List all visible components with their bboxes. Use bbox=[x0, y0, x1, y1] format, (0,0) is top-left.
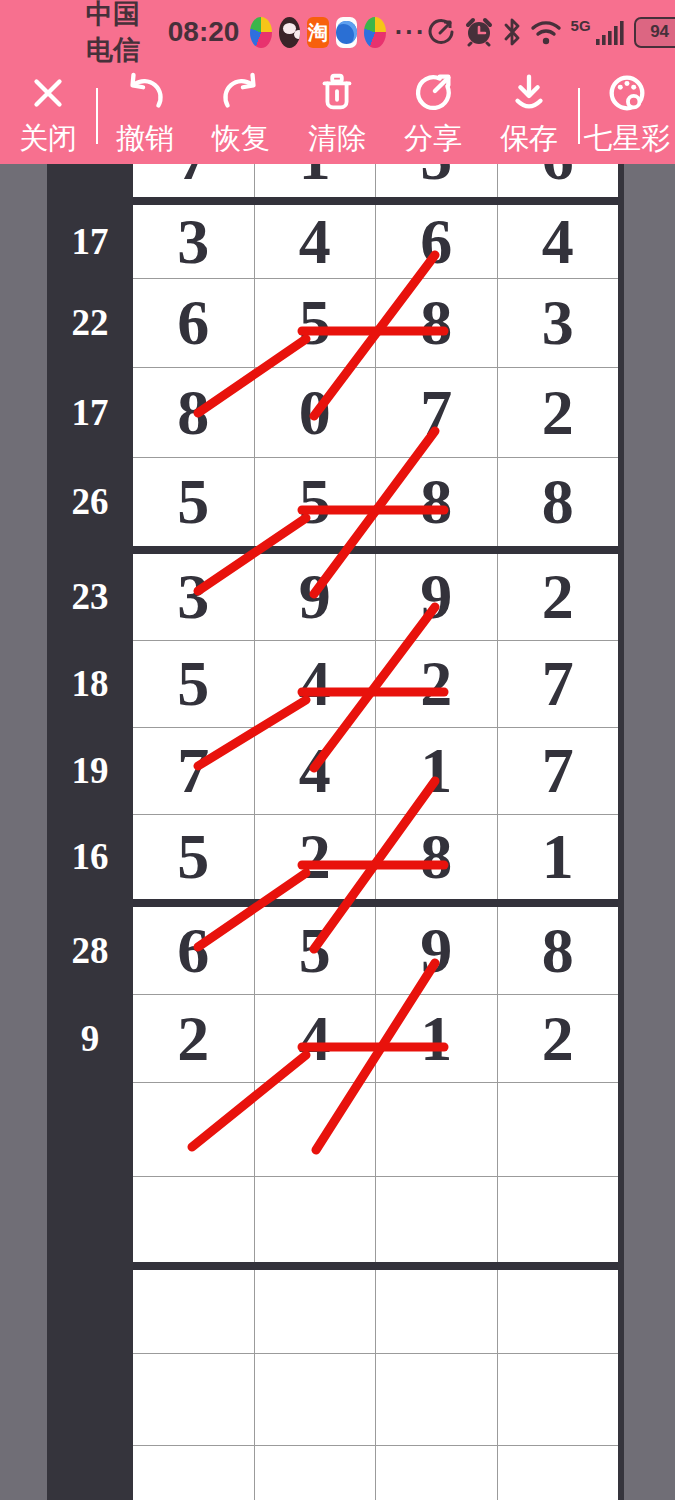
cell-digit: 6 bbox=[177, 919, 209, 983]
grid-row[interactable] bbox=[133, 1083, 618, 1177]
clear-button[interactable]: 清除 bbox=[289, 70, 385, 159]
pinwheel-app-icon bbox=[364, 17, 385, 48]
grid-cell[interactable]: 3 bbox=[133, 554, 255, 640]
grid-cell[interactable]: 2 bbox=[498, 554, 619, 640]
status-time: 08:20 bbox=[168, 16, 240, 48]
grid-cell[interactable]: 6 bbox=[498, 164, 619, 197]
cell-digit: 2 bbox=[542, 565, 574, 629]
cell-digit: 7 bbox=[542, 652, 574, 716]
cell-digit: 8 bbox=[420, 825, 452, 889]
grid-cell[interactable]: 7 bbox=[133, 728, 255, 814]
signal-bars-icon bbox=[595, 17, 625, 47]
more-notifications-dots: ··· bbox=[395, 17, 427, 48]
cell-digit: 8 bbox=[420, 291, 452, 355]
share-icon bbox=[410, 70, 456, 116]
grid-cell[interactable] bbox=[255, 1083, 377, 1176]
bluetooth-icon bbox=[503, 17, 521, 47]
cell-digit: 6 bbox=[498, 164, 619, 190]
grid-row[interactable] bbox=[133, 1177, 618, 1270]
grid-row[interactable]: 3464 bbox=[133, 205, 618, 279]
cell-digit: 9 bbox=[299, 565, 331, 629]
cell-digit: 2 bbox=[542, 1007, 574, 1071]
grid-cell[interactable]: 5 bbox=[133, 458, 255, 546]
cell-digit: 8 bbox=[542, 470, 574, 534]
status-bar: 中国电信 08:20 淘 ··· bbox=[0, 0, 675, 64]
grid-row[interactable]: 6583 bbox=[133, 279, 618, 368]
grid-cell[interactable]: 1 bbox=[255, 164, 377, 197]
cell-digit: 6 bbox=[420, 210, 452, 274]
grid-cell[interactable]: 4 bbox=[255, 995, 377, 1082]
grid-cell[interactable] bbox=[133, 1446, 255, 1500]
grid-row[interactable]: 5427 bbox=[133, 641, 618, 728]
grid-cell[interactable] bbox=[133, 1083, 255, 1176]
grid-cell[interactable]: 5 bbox=[133, 815, 255, 899]
grid-cell[interactable]: 8 bbox=[498, 458, 619, 546]
battery-indicator: 94 bbox=[634, 17, 675, 48]
cell-digit: 5 bbox=[299, 470, 331, 534]
undo-label: 撤销 bbox=[116, 119, 174, 159]
cell-digit: 4 bbox=[299, 652, 331, 716]
grid-cell[interactable]: 3 bbox=[498, 279, 619, 367]
cell-digit: 2 bbox=[542, 381, 574, 445]
grid-cell[interactable]: 7 bbox=[498, 641, 619, 727]
cell-digit: 5 bbox=[177, 470, 209, 534]
grid-row[interactable] bbox=[133, 1446, 618, 1500]
cell-digit: 8 bbox=[542, 919, 574, 983]
grid-cell[interactable]: 4 bbox=[255, 728, 377, 814]
cell-digit: 6 bbox=[177, 291, 209, 355]
grid-cell[interactable]: 2 bbox=[498, 995, 619, 1082]
cell-digit: 4 bbox=[299, 1007, 331, 1071]
grid-cell[interactable] bbox=[376, 1446, 498, 1500]
grid-cell[interactable]: 7 bbox=[133, 164, 255, 197]
palette-icon bbox=[604, 70, 650, 116]
grid-row[interactable]: 7417 bbox=[133, 728, 618, 815]
grid-cell[interactable]: 7 bbox=[376, 368, 498, 457]
cell-digit: 4 bbox=[542, 210, 574, 274]
grid-cell[interactable]: 9 bbox=[376, 554, 498, 640]
undo-icon bbox=[122, 70, 168, 116]
grid-row[interactable]: 6598 bbox=[133, 907, 618, 995]
row-sum-sidebar: 1722172623181916289 bbox=[47, 164, 133, 1500]
cell-digit: 1 bbox=[420, 1007, 452, 1071]
grid-cell[interactable] bbox=[133, 1354, 255, 1445]
undo-button[interactable]: 撤销 bbox=[97, 70, 193, 159]
grid-cell[interactable]: 1 bbox=[376, 995, 498, 1082]
grid-row[interactable]: 3992 bbox=[133, 554, 618, 641]
grid-cell[interactable]: 5 bbox=[255, 279, 377, 367]
status-right-group: 5G 94 bbox=[427, 17, 675, 48]
cell-digit: 4 bbox=[299, 210, 331, 274]
battery-percent: 94 bbox=[650, 22, 669, 42]
redo-icon bbox=[218, 70, 264, 116]
grid-cell[interactable] bbox=[255, 1354, 377, 1445]
status-left-group: 中国电信 08:20 淘 ··· bbox=[86, 0, 427, 68]
grid-row[interactable]: 5281 bbox=[133, 815, 618, 907]
cell-digit: 2 bbox=[299, 825, 331, 889]
grid-row[interactable]: 8072 bbox=[133, 368, 618, 458]
grid-cell[interactable] bbox=[255, 1177, 377, 1262]
grid-row[interactable]: 7156 bbox=[133, 164, 618, 205]
grid-cell[interactable]: 2 bbox=[133, 995, 255, 1082]
row-sum-label: 9 bbox=[47, 995, 133, 1082]
cell-digit: 0 bbox=[299, 381, 331, 445]
grid-cell[interactable]: 6 bbox=[133, 279, 255, 367]
grid-cell[interactable]: 2 bbox=[376, 641, 498, 727]
share-button[interactable]: 分享 bbox=[385, 70, 481, 159]
wechat-app-icon bbox=[279, 17, 300, 48]
grid-cell[interactable]: 1 bbox=[498, 815, 619, 899]
cell-digit: 3 bbox=[177, 565, 209, 629]
grid-cell[interactable] bbox=[498, 1446, 619, 1500]
grid-cell[interactable]: 5 bbox=[255, 458, 377, 546]
carrier-label: 中国电信 bbox=[86, 0, 161, 68]
grid-cell[interactable]: 8 bbox=[376, 815, 498, 899]
grid-cell[interactable]: 8 bbox=[498, 907, 619, 994]
grid-cell[interactable]: 2 bbox=[255, 815, 377, 899]
grid-cell[interactable]: 5 bbox=[376, 164, 498, 197]
browser-app-icon bbox=[336, 17, 357, 48]
alarm-clock-icon bbox=[464, 17, 494, 47]
row-sum-label: 26 bbox=[47, 458, 133, 546]
drawing-toolbar: 关闭 撤销 恢复 清除 bbox=[0, 64, 675, 164]
cell-digit: 3 bbox=[542, 291, 574, 355]
close-icon bbox=[25, 70, 71, 116]
data-gauge-icon bbox=[427, 18, 455, 46]
grid-cell[interactable] bbox=[498, 1083, 619, 1176]
cell-digit: 5 bbox=[177, 652, 209, 716]
grid-cell[interactable] bbox=[133, 1270, 255, 1353]
clear-label: 清除 bbox=[308, 119, 366, 159]
grid-cell[interactable]: 0 bbox=[255, 368, 377, 457]
cell-digit: 2 bbox=[420, 652, 452, 716]
close-button[interactable]: 关闭 bbox=[0, 70, 96, 159]
cell-digit: 7 bbox=[542, 739, 574, 803]
cell-digit: 8 bbox=[420, 470, 452, 534]
grid-cell[interactable] bbox=[376, 1270, 498, 1353]
lottery-mode-label: 七星彩 bbox=[584, 119, 671, 159]
cell-digit: 7 bbox=[420, 381, 452, 445]
cell-digit: 3 bbox=[177, 210, 209, 274]
redo-button[interactable]: 恢复 bbox=[193, 70, 289, 159]
grid-cell[interactable]: 1 bbox=[376, 728, 498, 814]
grid-cell[interactable]: 2 bbox=[498, 368, 619, 457]
grid-cell[interactable] bbox=[498, 1354, 619, 1445]
cell-digit: 8 bbox=[177, 381, 209, 445]
row-sum-label: 17 bbox=[47, 368, 133, 457]
cell-digit: 7 bbox=[177, 739, 209, 803]
grid-cell[interactable]: 6 bbox=[133, 907, 255, 994]
grid-cell[interactable] bbox=[376, 1177, 498, 1262]
lottery-mode-button[interactable]: 七星彩 bbox=[579, 70, 675, 159]
grid-cell[interactable] bbox=[376, 1354, 498, 1445]
row-sum-label: 23 bbox=[47, 554, 133, 640]
grid-row[interactable] bbox=[133, 1270, 618, 1354]
cell-digit: 5 bbox=[376, 164, 497, 190]
grid-cell[interactable]: 4 bbox=[255, 205, 377, 278]
grid-cell[interactable] bbox=[498, 1177, 619, 1262]
number-grid[interactable]: 7156346465838072558839925427741752816598… bbox=[133, 164, 624, 1500]
grid-cell[interactable]: 4 bbox=[255, 641, 377, 727]
pinwheel-app-icon bbox=[250, 17, 271, 48]
grid-cell[interactable] bbox=[255, 1270, 377, 1353]
cell-digit: 1 bbox=[420, 739, 452, 803]
grid-row[interactable]: 2412 bbox=[133, 995, 618, 1083]
grid-cell[interactable]: 5 bbox=[255, 907, 377, 994]
grid-cell[interactable] bbox=[133, 1177, 255, 1262]
phone-screen: 中国电信 08:20 淘 ··· bbox=[0, 0, 675, 1500]
grid-cell[interactable]: 7 bbox=[498, 728, 619, 814]
grid-row[interactable] bbox=[133, 1354, 618, 1446]
grid-cell[interactable]: 4 bbox=[498, 205, 619, 278]
row-sum-label: 19 bbox=[47, 728, 133, 814]
grid-cell[interactable]: 3 bbox=[133, 205, 255, 278]
cell-digit: 5 bbox=[177, 825, 209, 889]
row-sum-label: 28 bbox=[47, 907, 133, 994]
share-label: 分享 bbox=[404, 119, 462, 159]
save-button[interactable]: 保存 bbox=[481, 70, 577, 159]
cell-digit: 5 bbox=[299, 291, 331, 355]
grid-cell[interactable]: 8 bbox=[133, 368, 255, 457]
row-sum-label: 17 bbox=[47, 205, 133, 278]
trash-icon bbox=[314, 70, 360, 116]
row-sum-label: 16 bbox=[47, 815, 133, 899]
grid-cell[interactable] bbox=[255, 1446, 377, 1500]
cell-digit: 9 bbox=[420, 565, 452, 629]
cell-digit: 9 bbox=[420, 919, 452, 983]
grid-cell[interactable] bbox=[376, 1083, 498, 1176]
cell-digit: 5 bbox=[299, 919, 331, 983]
save-label: 保存 bbox=[500, 119, 558, 159]
cell-digit: 1 bbox=[542, 825, 574, 889]
save-download-icon bbox=[506, 70, 552, 116]
cell-digit: 4 bbox=[299, 739, 331, 803]
grid-cell[interactable]: 6 bbox=[376, 205, 498, 278]
grid-cell[interactable]: 9 bbox=[255, 554, 377, 640]
grid-cell[interactable]: 5 bbox=[133, 641, 255, 727]
grid-cell[interactable]: 8 bbox=[376, 458, 498, 546]
cell-digit: 1 bbox=[255, 164, 376, 190]
grid-row[interactable]: 5588 bbox=[133, 458, 618, 554]
grid-cell[interactable] bbox=[498, 1270, 619, 1353]
grid-cell[interactable]: 8 bbox=[376, 279, 498, 367]
row-sum-label: 22 bbox=[47, 279, 133, 367]
taobao-app-icon: 淘 bbox=[307, 17, 328, 48]
redo-label: 恢复 bbox=[212, 119, 270, 159]
chart-area: 1722172623181916289 71563464658380725588… bbox=[0, 164, 675, 1500]
row-sum-label: 18 bbox=[47, 641, 133, 727]
close-label: 关闭 bbox=[19, 119, 77, 159]
wifi-icon bbox=[530, 17, 562, 47]
grid-cell[interactable]: 9 bbox=[376, 907, 498, 994]
cell-digit: 7 bbox=[133, 164, 254, 190]
network-type-label: 5G bbox=[571, 17, 591, 34]
cell-digit: 2 bbox=[177, 1007, 209, 1071]
